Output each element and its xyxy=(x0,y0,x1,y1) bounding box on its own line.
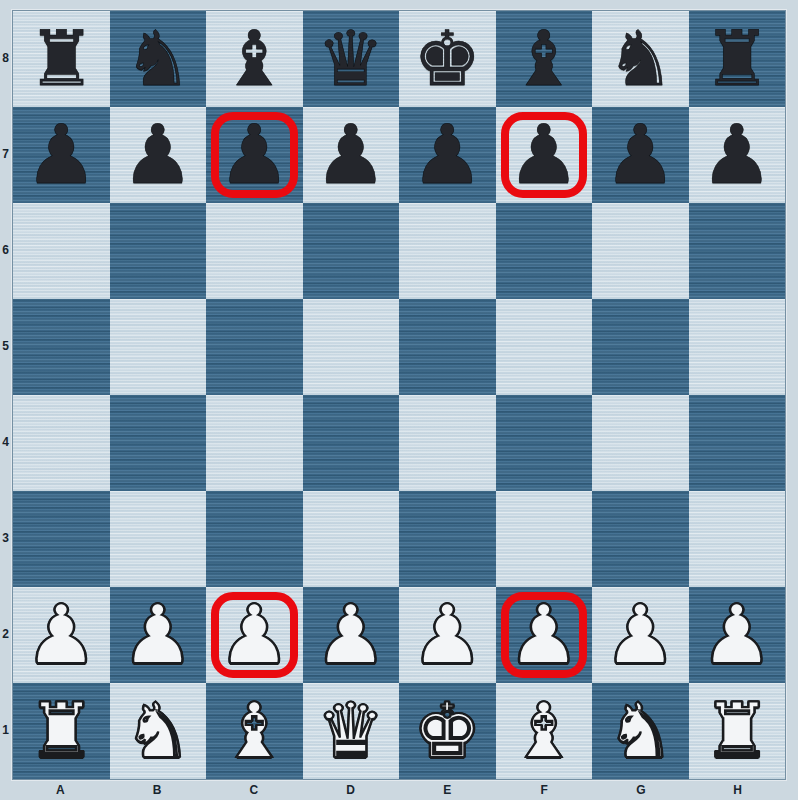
square-g4[interactable] xyxy=(592,395,689,491)
black-rook-a8[interactable]: ♜ xyxy=(13,11,110,107)
white-pawn-b2[interactable]: ♟ xyxy=(110,587,207,683)
square-d5[interactable] xyxy=(303,299,400,395)
black-pawn-c7[interactable]: ♟ xyxy=(206,107,303,203)
file-label-c: C xyxy=(206,779,303,800)
file-label-a: A xyxy=(12,779,109,800)
white-bishop-c1[interactable]: ♝ xyxy=(206,683,303,779)
black-bishop-f8[interactable]: ♝ xyxy=(496,11,593,107)
square-h8[interactable]: ♜ xyxy=(689,11,786,107)
rank-label-3: 3 xyxy=(0,490,11,586)
white-bishop-f1[interactable]: ♝ xyxy=(496,683,593,779)
square-b8[interactable]: ♞ xyxy=(110,11,207,107)
rank-label-6: 6 xyxy=(0,202,11,298)
rank-label-2: 2 xyxy=(0,586,11,682)
square-a4[interactable] xyxy=(13,395,110,491)
square-e3[interactable] xyxy=(399,491,496,587)
square-d1[interactable]: ♛ xyxy=(303,683,400,779)
square-f2[interactable]: ♟ xyxy=(496,587,593,683)
white-queen-d1[interactable]: ♛ xyxy=(303,683,400,779)
file-label-b: B xyxy=(109,779,206,800)
rank-label-8: 8 xyxy=(0,10,11,106)
square-f8[interactable]: ♝ xyxy=(496,11,593,107)
black-knight-g8[interactable]: ♞ xyxy=(592,11,689,107)
black-pawn-a7[interactable]: ♟ xyxy=(13,107,110,203)
square-f6[interactable] xyxy=(496,203,593,299)
square-d6[interactable] xyxy=(303,203,400,299)
black-queen-d8[interactable]: ♛ xyxy=(303,11,400,107)
black-knight-b8[interactable]: ♞ xyxy=(110,11,207,107)
black-pawn-g7[interactable]: ♟ xyxy=(592,107,689,203)
rank-label-4: 4 xyxy=(0,394,11,490)
square-e6[interactable] xyxy=(399,203,496,299)
square-e8[interactable]: ♚ xyxy=(399,11,496,107)
white-pawn-h2[interactable]: ♟ xyxy=(689,587,786,683)
square-h3[interactable] xyxy=(689,491,786,587)
square-e7[interactable]: ♟ xyxy=(399,107,496,203)
white-pawn-f2[interactable]: ♟ xyxy=(496,587,593,683)
black-rook-h8[interactable]: ♜ xyxy=(689,11,786,107)
black-pawn-d7[interactable]: ♟ xyxy=(303,107,400,203)
square-b4[interactable] xyxy=(110,395,207,491)
square-d2[interactable]: ♟ xyxy=(303,587,400,683)
black-bishop-c8[interactable]: ♝ xyxy=(206,11,303,107)
square-h2[interactable]: ♟ xyxy=(689,587,786,683)
square-e1[interactable]: ♚ xyxy=(399,683,496,779)
file-label-d: D xyxy=(302,779,399,800)
square-a6[interactable] xyxy=(13,203,110,299)
square-b7[interactable]: ♟ xyxy=(110,107,207,203)
square-c5[interactable] xyxy=(206,299,303,395)
square-a3[interactable] xyxy=(13,491,110,587)
square-a7[interactable]: ♟ xyxy=(13,107,110,203)
square-b1[interactable]: ♞ xyxy=(110,683,207,779)
square-a5[interactable] xyxy=(13,299,110,395)
square-h5[interactable] xyxy=(689,299,786,395)
white-king-e1[interactable]: ♚ xyxy=(399,683,496,779)
white-pawn-a2[interactable]: ♟ xyxy=(13,587,110,683)
square-d8[interactable]: ♛ xyxy=(303,11,400,107)
file-label-g: G xyxy=(593,779,690,800)
square-d3[interactable] xyxy=(303,491,400,587)
black-king-e8[interactable]: ♚ xyxy=(399,11,496,107)
square-b3[interactable] xyxy=(110,491,207,587)
square-d4[interactable] xyxy=(303,395,400,491)
black-pawn-b7[interactable]: ♟ xyxy=(110,107,207,203)
square-e2[interactable]: ♟ xyxy=(399,587,496,683)
square-g5[interactable] xyxy=(592,299,689,395)
square-b5[interactable] xyxy=(110,299,207,395)
rank-label-1: 1 xyxy=(0,682,11,778)
chess-board: ♜♞♝♛♚♝♞♜♟♟♟♟♟♟♟♟♟♟♟♟♟♟♟♟♜♞♝♛♚♝♞♜ xyxy=(12,10,786,780)
square-g6[interactable] xyxy=(592,203,689,299)
square-f1[interactable]: ♝ xyxy=(496,683,593,779)
chess-app-frame: 87654321 ♜♞♝♛♚♝♞♜♟♟♟♟♟♟♟♟♟♟♟♟♟♟♟♟♜♞♝♛♚♝♞… xyxy=(0,0,798,800)
file-labels: ABCDEFGH xyxy=(12,779,786,800)
white-rook-h1[interactable]: ♜ xyxy=(689,683,786,779)
white-pawn-c2[interactable]: ♟ xyxy=(206,587,303,683)
square-a2[interactable]: ♟ xyxy=(13,587,110,683)
black-pawn-e7[interactable]: ♟ xyxy=(399,107,496,203)
white-pawn-d2[interactable]: ♟ xyxy=(303,587,400,683)
square-h7[interactable]: ♟ xyxy=(689,107,786,203)
rank-labels: 87654321 xyxy=(0,10,11,778)
square-h4[interactable] xyxy=(689,395,786,491)
square-g7[interactable]: ♟ xyxy=(592,107,689,203)
square-c2[interactable]: ♟ xyxy=(206,587,303,683)
square-d7[interactable]: ♟ xyxy=(303,107,400,203)
square-e5[interactable] xyxy=(399,299,496,395)
square-h6[interactable] xyxy=(689,203,786,299)
file-label-f: F xyxy=(496,779,593,800)
square-f5[interactable] xyxy=(496,299,593,395)
white-knight-g1[interactable]: ♞ xyxy=(592,683,689,779)
white-knight-b1[interactable]: ♞ xyxy=(110,683,207,779)
file-label-e: E xyxy=(399,779,496,800)
square-c4[interactable] xyxy=(206,395,303,491)
square-b2[interactable]: ♟ xyxy=(110,587,207,683)
white-rook-a1[interactable]: ♜ xyxy=(13,683,110,779)
white-pawn-e2[interactable]: ♟ xyxy=(399,587,496,683)
square-g3[interactable] xyxy=(592,491,689,587)
square-c7[interactable]: ♟ xyxy=(206,107,303,203)
square-c8[interactable]: ♝ xyxy=(206,11,303,107)
file-label-h: H xyxy=(689,779,786,800)
square-c6[interactable] xyxy=(206,203,303,299)
black-pawn-h7[interactable]: ♟ xyxy=(689,107,786,203)
square-g2[interactable]: ♟ xyxy=(592,587,689,683)
square-a1[interactable]: ♜ xyxy=(13,683,110,779)
square-g8[interactable]: ♞ xyxy=(592,11,689,107)
square-f7[interactable]: ♟ xyxy=(496,107,593,203)
square-h1[interactable]: ♜ xyxy=(689,683,786,779)
square-a8[interactable]: ♜ xyxy=(13,11,110,107)
square-e4[interactable] xyxy=(399,395,496,491)
rank-label-7: 7 xyxy=(0,106,11,202)
square-g1[interactable]: ♞ xyxy=(592,683,689,779)
square-f3[interactable] xyxy=(496,491,593,587)
square-c3[interactable] xyxy=(206,491,303,587)
square-f4[interactable] xyxy=(496,395,593,491)
black-pawn-f7[interactable]: ♟ xyxy=(496,107,593,203)
square-b6[interactable] xyxy=(110,203,207,299)
square-c1[interactable]: ♝ xyxy=(206,683,303,779)
white-pawn-g2[interactable]: ♟ xyxy=(592,587,689,683)
rank-label-5: 5 xyxy=(0,298,11,394)
